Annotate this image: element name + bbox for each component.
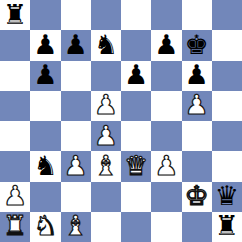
piece-black-knight[interactable]: ♞: [33, 152, 57, 179]
piece-white-pawn[interactable]: ♟: [185, 91, 209, 118]
piece-white-pawn[interactable]: ♟: [94, 91, 118, 118]
square-h7[interactable]: [212, 30, 242, 60]
square-f8[interactable]: [151, 0, 181, 30]
square-a6[interactable]: [0, 61, 30, 91]
piece-white-pawn[interactable]: ♟: [3, 182, 27, 209]
square-a5[interactable]: [0, 91, 30, 121]
square-b5[interactable]: [30, 91, 60, 121]
square-g7[interactable]: ♚: [182, 30, 212, 60]
square-e7[interactable]: [121, 30, 151, 60]
square-g1[interactable]: [182, 212, 212, 242]
piece-black-queen[interactable]: ♛: [215, 182, 239, 209]
piece-white-pawn[interactable]: ♟: [94, 122, 118, 149]
square-e3[interactable]: ♛: [121, 151, 151, 181]
square-h2[interactable]: ♛: [212, 182, 242, 212]
square-d5[interactable]: ♟: [91, 91, 121, 121]
piece-black-pawn[interactable]: ♟: [33, 31, 57, 58]
piece-white-pawn[interactable]: ♟: [64, 152, 88, 179]
square-d1[interactable]: [91, 212, 121, 242]
square-c6[interactable]: [61, 61, 91, 91]
square-h1[interactable]: ♜: [212, 212, 242, 242]
square-d7[interactable]: ♞: [91, 30, 121, 60]
piece-black-pawn[interactable]: ♟: [185, 61, 209, 88]
square-b4[interactable]: [30, 121, 60, 151]
piece-white-queen[interactable]: ♛: [124, 152, 148, 179]
square-h4[interactable]: [212, 121, 242, 151]
square-h5[interactable]: [212, 91, 242, 121]
square-g6[interactable]: ♟: [182, 61, 212, 91]
piece-white-king[interactable]: ♚: [185, 182, 209, 209]
piece-white-rook[interactable]: ♜: [3, 212, 27, 239]
square-d8[interactable]: [91, 0, 121, 30]
square-c1[interactable]: ♝: [61, 212, 91, 242]
square-h8[interactable]: [212, 0, 242, 30]
square-a1[interactable]: ♜: [0, 212, 30, 242]
square-c2[interactable]: [61, 182, 91, 212]
square-a7[interactable]: [0, 30, 30, 60]
square-a8[interactable]: ♜: [0, 0, 30, 30]
square-e2[interactable]: [121, 182, 151, 212]
square-d4[interactable]: ♟: [91, 121, 121, 151]
square-g2[interactable]: ♚: [182, 182, 212, 212]
piece-white-bishop[interactable]: ♝: [64, 212, 88, 239]
square-f6[interactable]: [151, 61, 181, 91]
square-e6[interactable]: ♟: [121, 61, 151, 91]
piece-black-pawn[interactable]: ♟: [64, 31, 88, 58]
square-e5[interactable]: [121, 91, 151, 121]
square-a2[interactable]: ♟: [0, 182, 30, 212]
square-c4[interactable]: [61, 121, 91, 151]
square-f4[interactable]: [151, 121, 181, 151]
piece-white-knight[interactable]: ♞: [33, 212, 57, 239]
square-f7[interactable]: ♟: [151, 30, 181, 60]
square-c5[interactable]: [61, 91, 91, 121]
square-b6[interactable]: ♟: [30, 61, 60, 91]
piece-black-pawn[interactable]: ♟: [124, 61, 148, 88]
piece-white-pawn[interactable]: ♟: [154, 152, 178, 179]
square-a3[interactable]: [0, 151, 30, 181]
piece-black-rook[interactable]: ♜: [3, 1, 27, 28]
square-b1[interactable]: ♞: [30, 212, 60, 242]
piece-white-bishop[interactable]: ♝: [94, 152, 118, 179]
square-g5[interactable]: ♟: [182, 91, 212, 121]
square-d3[interactable]: ♝: [91, 151, 121, 181]
piece-black-knight[interactable]: ♞: [94, 31, 118, 58]
square-e8[interactable]: [121, 0, 151, 30]
square-e4[interactable]: [121, 121, 151, 151]
square-h3[interactable]: [212, 151, 242, 181]
square-f3[interactable]: ♟: [151, 151, 181, 181]
piece-black-king[interactable]: ♚: [185, 31, 209, 58]
square-a4[interactable]: [0, 121, 30, 151]
square-f1[interactable]: [151, 212, 181, 242]
piece-black-rook[interactable]: ♜: [215, 212, 239, 239]
square-c8[interactable]: [61, 0, 91, 30]
square-e1[interactable]: [121, 212, 151, 242]
square-c3[interactable]: ♟: [61, 151, 91, 181]
square-b7[interactable]: ♟: [30, 30, 60, 60]
piece-black-pawn[interactable]: ♟: [33, 61, 57, 88]
square-b3[interactable]: ♞: [30, 151, 60, 181]
square-g3[interactable]: [182, 151, 212, 181]
square-c7[interactable]: ♟: [61, 30, 91, 60]
square-d2[interactable]: [91, 182, 121, 212]
square-f2[interactable]: [151, 182, 181, 212]
square-g8[interactable]: [182, 0, 212, 30]
square-d6[interactable]: [91, 61, 121, 91]
square-b8[interactable]: [30, 0, 60, 30]
square-f5[interactable]: [151, 91, 181, 121]
square-b2[interactable]: [30, 182, 60, 212]
square-g4[interactable]: [182, 121, 212, 151]
square-h6[interactable]: [212, 61, 242, 91]
piece-black-pawn[interactable]: ♟: [154, 31, 178, 58]
chess-board: ♜♟♟♞♟♚♟♟♟♟♟♟♞♟♝♛♟♟♚♛♜♞♝♜: [0, 0, 242, 242]
